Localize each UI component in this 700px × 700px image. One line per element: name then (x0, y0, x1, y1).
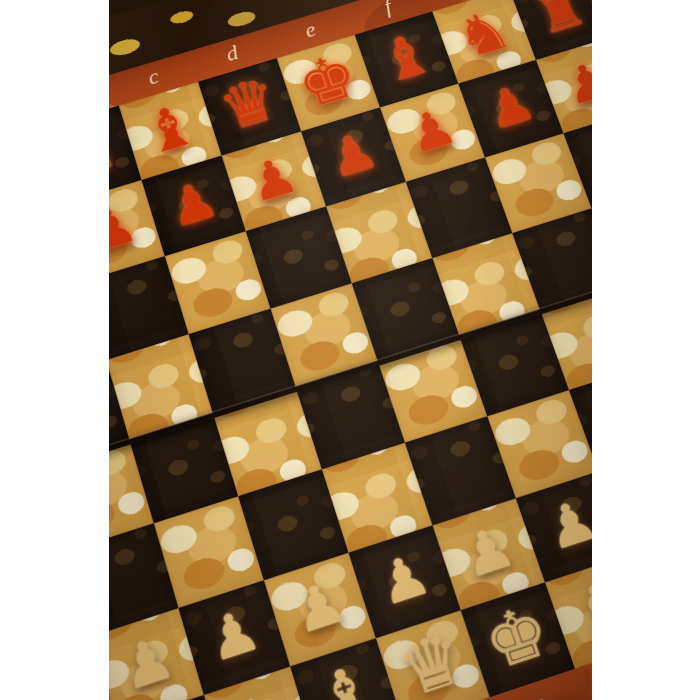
cream-queen[interactable]: ♛ (392, 623, 473, 700)
red-pawn[interactable]: ♟ (401, 100, 463, 161)
board-grid: ♜♞♝♛♚♝♞♜♟♟♟♟♟♟♟♟♟♟♟♟♟♟♟♟♜♞♝♛♚♝♞♜ (109, 0, 592, 700)
red-pawn[interactable]: ♟ (479, 76, 541, 137)
cream-pawn[interactable]: ♟ (538, 490, 592, 559)
red-pawn[interactable]: ♟ (557, 53, 592, 113)
red-bishop[interactable]: ♝ (371, 23, 441, 91)
red-queen[interactable]: ♛ (213, 69, 286, 142)
red-knight[interactable]: ♞ (449, 1, 518, 68)
cream-bishop[interactable]: ♝ (563, 569, 592, 650)
red-pawn[interactable]: ♟ (109, 197, 143, 260)
red-king[interactable]: ♚ (290, 44, 365, 118)
cream-pawn[interactable]: ♟ (371, 544, 437, 614)
red-knight[interactable]: ♞ (109, 118, 124, 187)
photo-canvas: ♜♞♝♛♚♝♞♜♟♟♟♟♟♟♟♟♟♟♟♟♟♟♟♟♜♞♝♛♚♝♞♜ aabbccd… (0, 0, 700, 700)
cream-pawn[interactable]: ♟ (455, 517, 521, 587)
cream-knight[interactable]: ♞ (222, 682, 297, 700)
cream-king[interactable]: ♚ (475, 593, 558, 681)
red-pawn[interactable]: ♟ (242, 148, 304, 210)
chessboard: ♜♞♝♛♚♝♞♜♟♟♟♟♟♟♟♟♟♟♟♟♟♟♟♟♜♞♝♛♚♝♞♜ aabbccd… (109, 0, 592, 700)
cream-bishop[interactable]: ♝ (308, 653, 385, 700)
cream-pawn[interactable]: ♟ (286, 572, 352, 643)
chessboard-photo: ♜♞♝♛♚♝♞♜♟♟♟♟♟♟♟♟♟♟♟♟♟♟♟♟♜♞♝♛♚♝♞♜ aabbccd… (109, 0, 592, 700)
red-bishop[interactable]: ♝ (135, 94, 204, 164)
board-scene: ♜♞♝♛♚♝♞♜♟♟♟♟♟♟♟♟♟♟♟♟♟♟♟♟♜♞♝♛♚♝♞♜ aabbccd… (109, 0, 592, 700)
red-pawn[interactable]: ♟ (322, 124, 384, 186)
red-pawn[interactable]: ♟ (162, 173, 223, 236)
cream-pawn[interactable]: ♟ (201, 600, 267, 671)
